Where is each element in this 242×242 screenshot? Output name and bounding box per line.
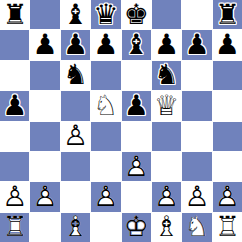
square-d1[interactable] bbox=[91, 213, 120, 242]
square-b3[interactable] bbox=[30, 152, 59, 181]
chess-board: ♜♝♛♚♜♟♟♟♝♟♟♟♞♞♟♞♘♟♛♕♟♙♟♙♟♙♟♙♟♙♟♙♟♙♟♙♜♖♝♗… bbox=[0, 0, 242, 242]
square-b7[interactable]: ♟ bbox=[30, 30, 59, 59]
white-pawn-piece: ♟♙ bbox=[152, 182, 181, 211]
black-queen-piece: ♛ bbox=[91, 0, 120, 29]
white-pawn-piece: ♟♙ bbox=[30, 182, 59, 211]
square-a1[interactable]: ♜♖ bbox=[0, 213, 29, 242]
square-d2[interactable]: ♟♙ bbox=[91, 182, 120, 211]
square-c3[interactable] bbox=[61, 152, 90, 181]
square-e8[interactable]: ♚ bbox=[122, 0, 151, 29]
square-g1[interactable]: ♞♘ bbox=[182, 213, 211, 242]
square-a3[interactable] bbox=[0, 152, 29, 181]
square-e1[interactable]: ♚♔ bbox=[122, 213, 151, 242]
square-f3[interactable] bbox=[152, 152, 181, 181]
square-e3[interactable]: ♟♙ bbox=[122, 152, 151, 181]
square-g8[interactable] bbox=[182, 0, 211, 29]
white-queen-piece: ♛♕ bbox=[152, 91, 181, 120]
square-c2[interactable] bbox=[61, 182, 90, 211]
square-b8[interactable] bbox=[30, 0, 59, 29]
square-e4[interactable] bbox=[122, 122, 151, 151]
black-pawn-piece: ♟ bbox=[30, 30, 59, 59]
white-rook-piece: ♜♖ bbox=[0, 213, 29, 242]
square-g5[interactable] bbox=[182, 91, 211, 120]
white-pawn-piece: ♟♙ bbox=[91, 182, 120, 211]
square-f1[interactable]: ♝♗ bbox=[152, 213, 181, 242]
square-g4[interactable] bbox=[182, 122, 211, 151]
white-pawn-piece: ♟♙ bbox=[61, 122, 90, 151]
white-knight-piece: ♞♘ bbox=[91, 91, 120, 120]
square-d4[interactable] bbox=[91, 122, 120, 151]
square-h7[interactable]: ♟ bbox=[213, 30, 242, 59]
square-h2[interactable]: ♟♙ bbox=[213, 182, 242, 211]
square-a4[interactable] bbox=[0, 122, 29, 151]
square-c8[interactable]: ♝ bbox=[61, 0, 90, 29]
white-bishop-piece: ♝♗ bbox=[61, 213, 90, 242]
square-f4[interactable] bbox=[152, 122, 181, 151]
square-e5[interactable]: ♟ bbox=[122, 91, 151, 120]
black-knight-piece: ♞ bbox=[61, 61, 90, 90]
black-pawn-piece: ♟ bbox=[122, 91, 151, 120]
square-f8[interactable] bbox=[152, 0, 181, 29]
black-pawn-piece: ♟ bbox=[152, 30, 181, 59]
square-a5[interactable]: ♟ bbox=[0, 91, 29, 120]
square-g3[interactable] bbox=[182, 152, 211, 181]
white-pawn-piece: ♟♙ bbox=[182, 182, 211, 211]
square-h5[interactable] bbox=[213, 91, 242, 120]
square-h6[interactable] bbox=[213, 61, 242, 90]
square-b2[interactable]: ♟♙ bbox=[30, 182, 59, 211]
square-a7[interactable] bbox=[0, 30, 29, 59]
white-king-piece: ♚♔ bbox=[122, 213, 151, 242]
square-c1[interactable]: ♝♗ bbox=[61, 213, 90, 242]
square-h8[interactable]: ♜ bbox=[213, 0, 242, 29]
black-pawn-piece: ♟ bbox=[213, 30, 242, 59]
square-h4[interactable] bbox=[213, 122, 242, 151]
white-rook-piece: ♜♖ bbox=[213, 213, 242, 242]
white-pawn-piece: ♟♙ bbox=[0, 182, 29, 211]
black-pawn-piece: ♟ bbox=[182, 30, 211, 59]
square-d3[interactable] bbox=[91, 152, 120, 181]
square-d5[interactable]: ♞♘ bbox=[91, 91, 120, 120]
square-b6[interactable] bbox=[30, 61, 59, 90]
black-rook-piece: ♜ bbox=[213, 0, 242, 29]
black-king-piece: ♚ bbox=[122, 0, 151, 29]
square-e7[interactable]: ♝ bbox=[122, 30, 151, 59]
black-bishop-piece: ♝ bbox=[61, 0, 90, 29]
square-g7[interactable]: ♟ bbox=[182, 30, 211, 59]
black-pawn-piece: ♟ bbox=[61, 30, 90, 59]
white-pawn-piece: ♟♙ bbox=[122, 152, 151, 181]
black-rook-piece: ♜ bbox=[0, 0, 29, 29]
square-f6[interactable]: ♞ bbox=[152, 61, 181, 90]
square-c7[interactable]: ♟ bbox=[61, 30, 90, 59]
square-a6[interactable] bbox=[0, 61, 29, 90]
white-bishop-piece: ♝♗ bbox=[152, 213, 181, 242]
square-f2[interactable]: ♟♙ bbox=[152, 182, 181, 211]
white-knight-piece: ♞♘ bbox=[182, 213, 211, 242]
square-g6[interactable] bbox=[182, 61, 211, 90]
white-pawn-piece: ♟♙ bbox=[213, 182, 242, 211]
square-d6[interactable] bbox=[91, 61, 120, 90]
square-c4[interactable]: ♟♙ bbox=[61, 122, 90, 151]
black-pawn-piece: ♟ bbox=[91, 30, 120, 59]
black-knight-piece: ♞ bbox=[152, 61, 181, 90]
square-a2[interactable]: ♟♙ bbox=[0, 182, 29, 211]
square-g2[interactable]: ♟♙ bbox=[182, 182, 211, 211]
square-f7[interactable]: ♟ bbox=[152, 30, 181, 59]
square-h1[interactable]: ♜♖ bbox=[213, 213, 242, 242]
black-bishop-piece: ♝ bbox=[122, 30, 151, 59]
square-h3[interactable] bbox=[213, 152, 242, 181]
square-a8[interactable]: ♜ bbox=[0, 0, 29, 29]
square-d7[interactable]: ♟ bbox=[91, 30, 120, 59]
square-b4[interactable] bbox=[30, 122, 59, 151]
square-c5[interactable] bbox=[61, 91, 90, 120]
square-b5[interactable] bbox=[30, 91, 59, 120]
square-d8[interactable]: ♛ bbox=[91, 0, 120, 29]
square-e6[interactable] bbox=[122, 61, 151, 90]
black-pawn-piece: ♟ bbox=[0, 91, 29, 120]
square-e2[interactable] bbox=[122, 182, 151, 211]
square-f5[interactable]: ♛♕ bbox=[152, 91, 181, 120]
square-c6[interactable]: ♞ bbox=[61, 61, 90, 90]
square-b1[interactable] bbox=[30, 213, 59, 242]
